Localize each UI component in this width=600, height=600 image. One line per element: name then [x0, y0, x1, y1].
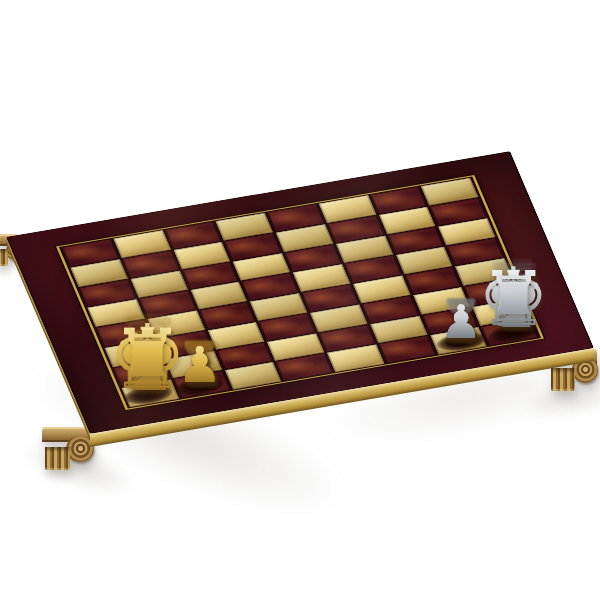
- chessboard: [0, 0, 600, 600]
- board-surface: [6, 151, 594, 434]
- chess-set-photo: ♜♜♞♞♝♝♛♛♚♚♝♝♞♞♜♜♟♟♟♟♟♟♟♟♟♟♟♟♟♟♟♟♟♟♟♟♟♟♟♟…: [0, 0, 600, 600]
